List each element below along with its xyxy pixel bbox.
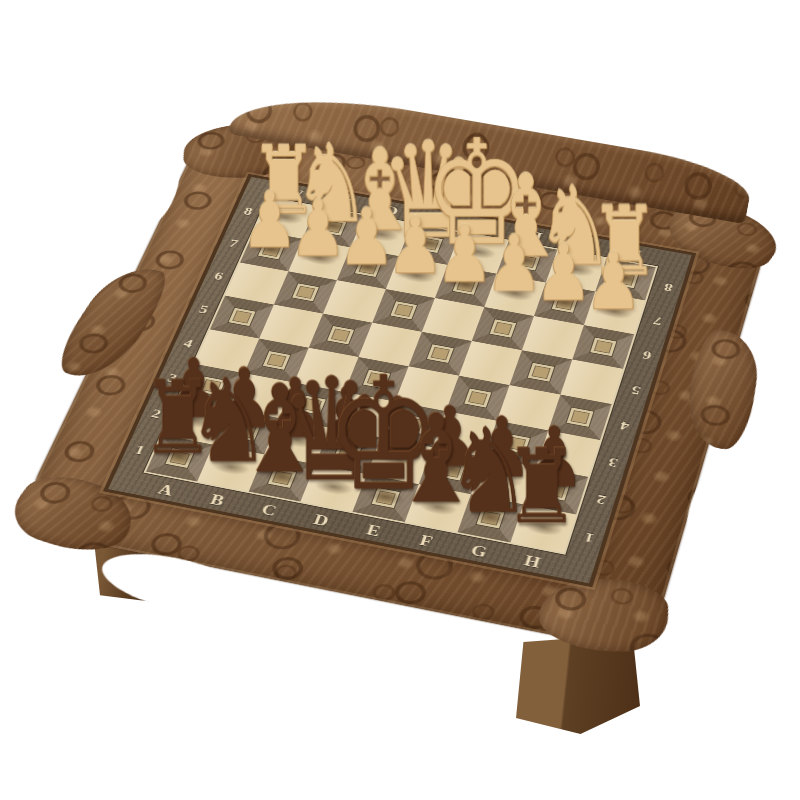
- square-inlay: [327, 326, 354, 344]
- frame-wing-right: [681, 327, 764, 451]
- file-label-near-a: A: [155, 481, 176, 499]
- frame-scallop-left: [105, 137, 189, 233]
- square-inlay: [552, 295, 578, 313]
- square-inlay: [320, 218, 346, 235]
- frame-corner-near-left: [0, 466, 150, 564]
- chess-board: AABBCCDDEEFFGGHH8877665544332211 ♜♞♝♛♚♝♞…: [108, 177, 692, 583]
- square-inlay: [390, 301, 416, 319]
- square-inlay: [417, 236, 443, 253]
- frame-scallop-right: [671, 441, 779, 559]
- frame-scallop-bottom: [91, 542, 264, 627]
- square-inlay: [490, 319, 516, 337]
- square-inlay: [292, 283, 319, 301]
- photo-canvas: AABBCCDDEEFFGGHH8877665544332211 ♜♞♝♛♚♝♞…: [0, 0, 800, 800]
- dark-rook-icon: ♜: [482, 444, 602, 531]
- square-inlay: [229, 308, 256, 326]
- scene: AABBCCDDEEFFGGHH8877665544332211 ♜♞♝♛♚♝♞…: [0, 0, 800, 800]
- square-inlay: [355, 259, 381, 277]
- square-inlay: [514, 253, 540, 271]
- rank-label-left-6: 6: [212, 269, 226, 283]
- square-inlay: [453, 277, 479, 295]
- square-inlay: [613, 270, 639, 288]
- square-inlay: [258, 242, 284, 259]
- square-inlay: [590, 338, 616, 356]
- frame-corner-near-right: [538, 577, 668, 654]
